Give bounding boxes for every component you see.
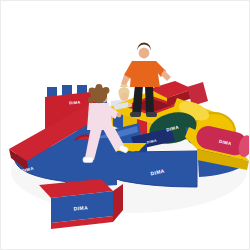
boy-left-shoe: [130, 112, 141, 117]
dima-logo-cube: DIMA: [73, 205, 88, 212]
soft-play-scene: DIMA DIMA DIMA DIMA DIMA DIMA DIMA: [1, 1, 250, 250]
toddler-hand: [128, 103, 132, 107]
girl-curl: [103, 87, 110, 94]
dima-logo-castle: DIMA: [69, 101, 81, 106]
girl-curl: [89, 88, 96, 95]
girl-curl: [96, 84, 103, 91]
boy-right-shoe: [146, 112, 157, 117]
girl-left-foot: [83, 157, 93, 163]
girl-curl: [88, 97, 94, 103]
boy-right-leg: [145, 85, 154, 114]
toddler-face-front: [121, 93, 129, 101]
girl-hand: [117, 113, 122, 118]
boy-face: [139, 48, 150, 59]
product-photo-frame: DIMA DIMA DIMA DIMA DIMA DIMA DIMA: [0, 0, 250, 250]
